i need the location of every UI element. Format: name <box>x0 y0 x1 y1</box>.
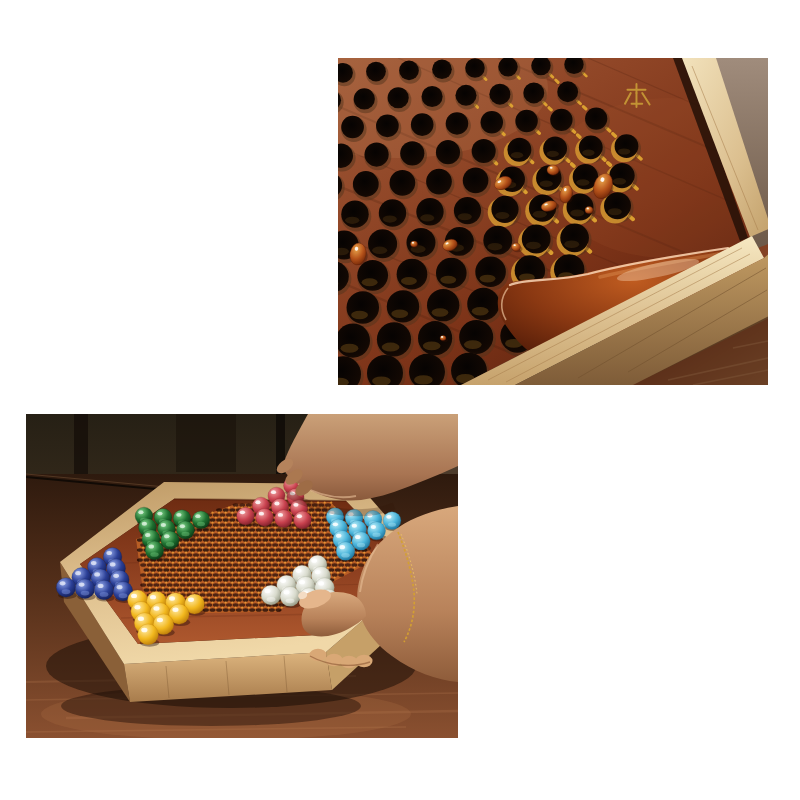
board-hole <box>418 321 452 355</box>
board-hole <box>390 170 416 196</box>
marble-highlight <box>333 522 338 526</box>
board-hole <box>376 114 399 137</box>
board-hole <box>472 139 496 163</box>
marble-highlight <box>315 570 321 574</box>
board-hole <box>354 88 375 109</box>
marble-glow <box>100 592 109 597</box>
photo-board-closeup <box>338 58 768 385</box>
hole-inner-reflection <box>495 212 509 219</box>
marble-highlight <box>240 510 245 514</box>
hole-inner-reflection <box>423 341 441 350</box>
gold-dash <box>572 164 574 166</box>
hole-inner-reflection <box>464 340 482 349</box>
closeup-scene <box>338 58 768 385</box>
water-droplet <box>440 336 446 341</box>
marble-highlight <box>75 571 81 575</box>
board-hole <box>432 59 452 79</box>
marble-blue <box>56 578 76 598</box>
hole-inner-reflection <box>341 344 359 353</box>
hole-inner-reflection <box>582 150 594 156</box>
marble-glow <box>286 598 295 603</box>
marble-glow <box>197 522 205 526</box>
marble-highlight <box>180 524 185 528</box>
marble-glow <box>341 553 349 558</box>
marble-highlight <box>299 580 305 584</box>
board-hole <box>368 229 397 258</box>
marble-highlight <box>255 500 260 504</box>
board-hole <box>366 62 386 82</box>
hole-inner-reflection <box>362 278 378 286</box>
hole-inner-reflection <box>383 216 397 223</box>
marble-highlight <box>311 559 317 563</box>
hole-inner-reflection <box>540 180 553 187</box>
hole-inner-reflection <box>613 178 626 185</box>
hole-inner-reflection <box>618 148 630 154</box>
gold-dash <box>549 108 551 110</box>
marble-red <box>275 510 293 528</box>
marble-glow <box>388 522 396 526</box>
marble-highlight <box>195 514 200 518</box>
marble-highlight <box>138 510 143 514</box>
gripping-finger <box>341 656 358 668</box>
board-hole <box>357 260 388 291</box>
board-hole <box>475 256 506 287</box>
board-hole <box>387 290 419 322</box>
board-hole <box>491 196 518 223</box>
droplet-highlight <box>412 242 414 244</box>
marble-glow <box>267 597 276 602</box>
marble-highlight <box>110 562 116 566</box>
board-hole <box>353 171 379 197</box>
marble-glow <box>372 533 380 538</box>
marble-highlight <box>117 585 123 589</box>
marble-blue <box>75 579 95 599</box>
marble-highlight <box>98 584 104 588</box>
board-hole <box>560 223 589 252</box>
board-hole <box>411 113 434 136</box>
marble-red <box>294 511 312 529</box>
droplet-highlight <box>441 336 443 338</box>
board-hole <box>543 137 567 161</box>
marble-highlight <box>145 533 150 537</box>
marble-glow <box>181 532 189 537</box>
marble-highlight <box>278 513 283 517</box>
marble-highlight <box>280 579 286 583</box>
board-hole <box>400 141 424 165</box>
marble-highlight <box>142 522 147 526</box>
board-hole <box>436 258 467 289</box>
marble-highlight <box>318 581 324 585</box>
marble-highlight <box>131 594 137 598</box>
marble-highlight <box>355 535 361 539</box>
hole-inner-reflection <box>440 276 456 284</box>
board-hole <box>522 225 551 254</box>
marble-highlight <box>153 606 159 610</box>
board-hole <box>609 163 634 188</box>
board-hole <box>515 110 537 132</box>
droplet-highlight <box>514 244 516 246</box>
marble-highlight <box>113 574 119 578</box>
marble-glow <box>119 593 128 598</box>
marble-highlight <box>265 589 271 593</box>
water-droplet <box>411 241 418 247</box>
hole-inner-reflection <box>458 213 472 220</box>
water-droplet <box>585 207 593 214</box>
marble-green <box>161 531 179 549</box>
hole-inner-reflection <box>570 210 584 217</box>
marble-highlight <box>297 514 302 518</box>
marble-highlight <box>148 544 154 548</box>
marble-glow <box>357 543 365 548</box>
board-hole <box>523 83 544 104</box>
board-hole <box>483 226 512 255</box>
board-hole <box>416 198 443 225</box>
board-hole <box>446 112 469 135</box>
board-hole <box>426 169 452 195</box>
hole-inner-reflection <box>487 243 502 250</box>
hole-inner-reflection <box>480 275 496 283</box>
marble-highlight <box>141 628 147 633</box>
board-hole <box>427 289 459 321</box>
marble-highlight <box>352 524 357 528</box>
marble-glow <box>81 591 90 596</box>
marble-highlight <box>274 502 279 506</box>
marble-glow <box>166 542 174 547</box>
board-hole <box>422 86 443 107</box>
hole-inner-reflection <box>526 242 541 249</box>
gold-dash <box>583 107 586 109</box>
marble-highlight <box>284 590 290 594</box>
board-hole <box>341 116 364 139</box>
board-hole <box>399 61 419 81</box>
board-hole <box>550 109 572 131</box>
hole-inner-reflection <box>345 217 359 224</box>
marble-highlight <box>134 605 140 609</box>
board-hole <box>347 291 379 323</box>
board-hole <box>557 81 578 102</box>
marble-glow <box>62 589 71 594</box>
marble-highlight <box>188 598 194 602</box>
marble-white <box>280 587 300 607</box>
marble-green <box>176 521 194 539</box>
marble-highlight <box>293 503 298 507</box>
marble-highlight <box>138 616 144 621</box>
marble-highlight <box>172 608 178 612</box>
marble-highlight <box>157 618 163 623</box>
marble-highlight <box>150 595 156 599</box>
marble-highlight <box>371 525 376 529</box>
board-hole <box>388 87 409 108</box>
board-hole <box>463 168 489 194</box>
board-hole <box>579 135 603 159</box>
marble-red <box>256 508 274 526</box>
marble-highlight <box>94 572 100 576</box>
marble-green <box>145 541 164 560</box>
marble-highlight <box>259 512 264 516</box>
marble-red <box>237 507 255 525</box>
gold-dash <box>578 135 580 137</box>
hole-inner-reflection <box>382 343 400 352</box>
gold-dash <box>556 80 558 82</box>
hole-inner-reflection <box>546 151 558 157</box>
marble-white <box>261 585 281 605</box>
marble-highlight <box>336 534 341 538</box>
marble-glow <box>150 552 158 557</box>
hole-inner-reflection <box>472 307 489 315</box>
water-droplet <box>512 243 521 251</box>
hole-inner-reflection <box>533 211 547 218</box>
hole-inner-reflection <box>372 247 387 255</box>
gold-dash <box>613 134 616 136</box>
board-hole <box>455 85 476 106</box>
marble-highlight <box>60 581 66 585</box>
furniture-edge <box>74 414 88 480</box>
droplet-highlight <box>550 167 553 169</box>
hole-inner-reflection <box>564 241 579 248</box>
board-hole <box>467 288 499 320</box>
marble-highlight <box>79 582 85 586</box>
hole-inner-reflection <box>420 214 434 221</box>
board-hole <box>481 111 503 133</box>
board-hole <box>379 199 406 226</box>
marble-yellow <box>138 624 159 645</box>
photo-hands-holding-board <box>26 414 458 738</box>
board-hole <box>465 58 485 78</box>
board-hole <box>459 320 493 354</box>
water-droplet <box>547 165 559 175</box>
marble-highlight <box>91 561 97 565</box>
board-hole <box>489 84 510 105</box>
droplet-highlight <box>587 208 589 210</box>
board-hole <box>397 259 428 290</box>
board-hole <box>436 140 460 164</box>
hole-inner-reflection <box>608 208 622 215</box>
marble-highlight <box>296 569 302 573</box>
hole-inner-reflection <box>432 308 449 316</box>
board-hole <box>454 197 481 224</box>
board-hole <box>377 322 411 356</box>
marble-highlight <box>106 551 112 555</box>
hole-inner-reflection <box>351 311 368 319</box>
marble-highlight <box>157 512 162 516</box>
marble-highlight <box>176 513 181 517</box>
gold-dash <box>608 163 610 165</box>
hole-inner-reflection <box>401 277 417 285</box>
marble-highlight <box>164 534 169 538</box>
marble-highlight <box>271 490 276 494</box>
board-hole <box>585 107 607 129</box>
page-canvas <box>0 0 800 800</box>
hole-inner-reflection <box>391 309 408 317</box>
marble-highlight <box>386 515 391 519</box>
hole-inner-reflection <box>511 152 523 158</box>
board-hole <box>615 134 639 158</box>
board-hole <box>341 200 368 227</box>
board-hole <box>507 138 531 162</box>
marble-highlight <box>161 523 166 527</box>
board-hole <box>364 142 388 166</box>
furniture-shadow <box>176 414 236 472</box>
hole-inner-reflection <box>414 375 433 384</box>
lifestyle-scene <box>26 414 458 738</box>
hole-inner-reflection <box>576 179 589 186</box>
marble-highlight <box>169 596 175 600</box>
marble-highlight <box>339 545 345 549</box>
